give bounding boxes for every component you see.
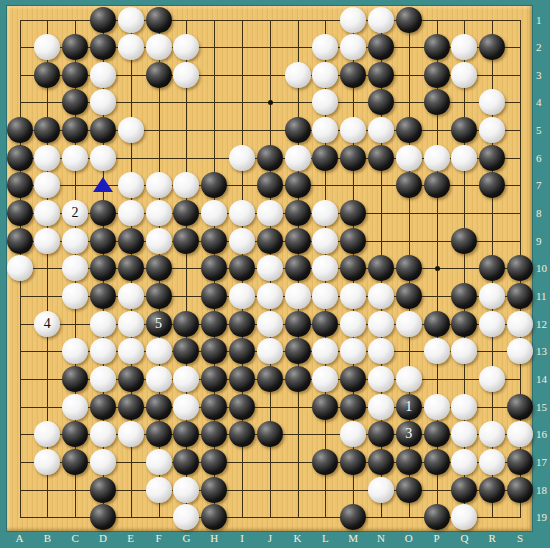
go-stone-white [257,255,283,281]
go-stone-white [118,338,144,364]
go-stone-black [229,394,255,420]
go-stone-black [285,200,311,226]
go-stone-white [229,283,255,309]
go-diagram: 24513ABCDEFGHIJKLMNOPQRS1234567891011121… [0,0,550,548]
column-label: A [16,532,24,544]
column-label: M [348,532,358,544]
go-stone-white [285,145,311,171]
go-stone-white [396,366,422,392]
go-stone-white [396,145,422,171]
go-stone-black [507,477,533,503]
column-label: I [240,532,244,544]
go-stone-white [257,200,283,226]
go-stone-black [285,117,311,143]
go-stone-black [7,200,33,226]
go-stone-black [285,311,311,337]
go-stone-black [90,34,116,60]
go-stone-black [285,255,311,281]
go-stone-white [285,283,311,309]
go-stone-black: 3 [396,421,422,447]
go-stone-black [118,394,144,420]
go-stone-white [424,394,450,420]
row-label: 10 [536,262,547,274]
row-label: 7 [536,179,542,191]
go-stone-white [479,311,505,337]
go-stone-white [257,311,283,337]
go-stone-black [312,145,338,171]
go-stone-black [312,311,338,337]
go-stone-white [90,421,116,447]
go-stone-black [90,394,116,420]
go-stone-white [257,283,283,309]
column-label: Q [460,532,468,544]
column-label: K [294,532,302,544]
go-stone-black [118,366,144,392]
go-stone-white [7,255,33,281]
column-label: C [71,532,78,544]
go-stone-black [396,7,422,33]
go-stone-white [479,449,505,475]
go-stone-black [229,366,255,392]
go-stone-black [396,283,422,309]
column-label: E [127,532,134,544]
go-stone-white [62,394,88,420]
column-label: H [210,532,218,544]
go-stone-white [146,477,172,503]
row-label: 18 [536,484,547,496]
column-label: G [182,532,190,544]
column-label: F [155,532,161,544]
go-stone-white [173,62,199,88]
go-stone-black [424,504,450,530]
go-stone-white [340,7,366,33]
go-stone-black [7,172,33,198]
stone-move-number: 5 [146,311,172,337]
go-stone-white [173,394,199,420]
column-label: L [322,532,329,544]
row-label: 2 [536,41,542,53]
go-stone-black [507,449,533,475]
go-stone-black [396,117,422,143]
go-stone-black [118,228,144,254]
go-stone-white [368,477,394,503]
go-stone-white [118,200,144,226]
go-stone-white [146,172,172,198]
go-stone-white [146,449,172,475]
go-stone-black [257,366,283,392]
go-stone-black [90,7,116,33]
go-stone-black [285,228,311,254]
go-stone-white [368,394,394,420]
go-stone-white [424,338,450,364]
go-stone-black [257,421,283,447]
stone-move-number: 2 [62,200,88,226]
go-stone-white [90,366,116,392]
go-stone-black [424,311,450,337]
go-stone-black [90,477,116,503]
go-stone-white [285,62,311,88]
go-stone-black [396,477,422,503]
go-stone-black [396,449,422,475]
go-stone-white [62,228,88,254]
go-stone-black [285,366,311,392]
go-stone-white [173,477,199,503]
row-label: 5 [536,124,542,136]
go-stone-white [118,117,144,143]
go-stone-white [34,145,60,171]
go-stone-white [118,311,144,337]
row-label: 12 [536,318,547,330]
go-stone-black [424,449,450,475]
go-stone-black [118,255,144,281]
go-stone-white [229,145,255,171]
go-stone-black [340,228,366,254]
go-stone-white [146,366,172,392]
go-stone-black [368,62,394,88]
go-stone-white [368,311,394,337]
go-stone-black [7,228,33,254]
go-stone-black [424,34,450,60]
go-stone-white [118,172,144,198]
row-label: 15 [536,401,547,413]
go-stone-black [201,283,227,309]
go-stone-white [368,7,394,33]
column-label: S [517,532,523,544]
go-stone-white [90,449,116,475]
go-stone-black [62,366,88,392]
go-stone-black [368,449,394,475]
go-stone-white [368,283,394,309]
go-stone-black [62,62,88,88]
row-label: 13 [536,345,547,357]
go-stone-black [424,89,450,115]
go-stone-black [7,145,33,171]
go-stone-white [34,449,60,475]
go-stone-black [368,145,394,171]
column-label: R [489,532,496,544]
go-stone-white [62,145,88,171]
column-label: N [377,532,385,544]
go-stone-black [146,7,172,33]
go-stone-white [229,228,255,254]
go-stone-white [90,62,116,88]
go-stone-black [424,62,450,88]
go-stone-white [118,7,144,33]
go-stone-black [146,62,172,88]
go-stone-white [507,311,533,337]
go-stone-black [146,421,172,447]
row-label: 4 [536,96,542,108]
go-stone-white: 2 [62,200,88,226]
go-stone-black [173,228,199,254]
go-stone-black [90,504,116,530]
go-stone-white [424,145,450,171]
go-stone-black [340,394,366,420]
go-stone-black [201,228,227,254]
go-stone-black [424,421,450,447]
go-stone-black [507,394,533,420]
go-stone-black [201,394,227,420]
go-stone-black [507,283,533,309]
go-stone-black [34,62,60,88]
go-stone-black [340,366,366,392]
triangle-marker [93,177,113,192]
go-stone-white [257,338,283,364]
go-stone-white [34,228,60,254]
column-label: J [268,532,272,544]
go-stone-black [396,255,422,281]
go-stone-black [257,172,283,198]
column-label: O [405,532,413,544]
go-stone-black [285,338,311,364]
go-stone-white [312,228,338,254]
row-label: 16 [536,428,547,440]
go-stone-black [201,449,227,475]
go-stone-black [451,228,477,254]
go-stone-white [229,200,255,226]
stone-move-number: 4 [34,311,60,337]
go-stone-white [118,283,144,309]
row-label: 6 [536,152,542,164]
go-stone-black [90,283,116,309]
go-stone-black [479,145,505,171]
go-stone-white [62,283,88,309]
stone-move-number: 3 [396,421,422,447]
row-label: 9 [536,235,542,247]
go-stone-black [368,34,394,60]
go-stone-black [312,394,338,420]
go-stone-white [90,311,116,337]
go-stone-black [146,283,172,309]
go-stone-white: 4 [34,311,60,337]
go-stone-black [173,311,199,337]
column-label: P [434,532,440,544]
go-stone-black [201,366,227,392]
go-stone-black [340,145,366,171]
go-stone-black [146,394,172,420]
go-stone-black [479,477,505,503]
go-stone-white [451,394,477,420]
go-stone-black [201,477,227,503]
row-label: 17 [536,456,547,468]
go-stone-black [340,62,366,88]
go-stone-black [90,117,116,143]
row-label: 19 [536,511,547,523]
go-stone-white [118,34,144,60]
row-label: 3 [536,69,542,81]
go-stone-white [368,117,394,143]
go-stone-black [285,172,311,198]
go-stone-black [146,255,172,281]
go-stone-white [396,311,422,337]
go-stone-black [424,172,450,198]
go-stone-black [62,449,88,475]
row-label: 1 [536,14,542,26]
go-stone-white [146,338,172,364]
go-stone-white [118,421,144,447]
go-stone-black [201,311,227,337]
stone-move-number: 1 [396,394,422,420]
row-label: 14 [536,373,547,385]
go-stone-black: 1 [396,394,422,420]
go-stone-black [451,311,477,337]
column-label: B [44,532,51,544]
go-stone-white [90,145,116,171]
row-label: 11 [536,290,547,302]
go-stone-black [257,145,283,171]
go-stone-black [7,117,33,143]
column-label: D [99,532,107,544]
go-stone-black [229,311,255,337]
go-stone-black [257,228,283,254]
go-stone-black [90,200,116,226]
go-stone-white [146,34,172,60]
go-stone-black [90,228,116,254]
go-stone-black [340,449,366,475]
go-stone-black: 5 [146,311,172,337]
go-stone-black [451,477,477,503]
go-stone-white [340,311,366,337]
go-stone-white [146,200,172,226]
row-label: 8 [536,207,542,219]
go-stone-white [146,228,172,254]
go-stone-white [368,366,394,392]
